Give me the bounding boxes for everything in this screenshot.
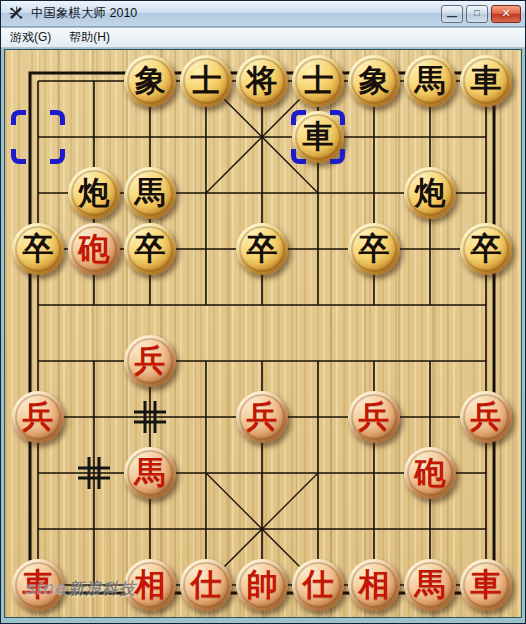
piece-red-horse[interactable]: 馬 — [124, 447, 176, 499]
maximize-button[interactable]: □ — [466, 5, 488, 23]
piece-glyph: 卒 — [359, 233, 390, 264]
piece-red-elephant[interactable]: 相 — [348, 559, 400, 611]
piece-black-soldier[interactable]: 卒 — [12, 223, 64, 275]
piece-glyph: 仕 — [303, 569, 334, 600]
piece-glyph: 士 — [191, 65, 222, 96]
piece-red-soldier[interactable]: 兵 — [12, 391, 64, 443]
piece-red-soldier[interactable]: 兵 — [124, 335, 176, 387]
piece-black-chariot[interactable]: 車 — [292, 111, 344, 163]
piece-glyph: 兵 — [23, 401, 54, 432]
piece-glyph: 砲 — [79, 233, 110, 264]
piece-red-chariot[interactable]: 車 — [12, 559, 64, 611]
piece-black-advisor[interactable]: 士 — [292, 55, 344, 107]
piece-glyph: 車 — [23, 569, 54, 600]
close-button[interactable]: ✕ — [491, 5, 521, 23]
piece-glyph: 車 — [471, 569, 502, 600]
piece-red-soldier[interactable]: 兵 — [460, 391, 512, 443]
piece-glyph: 将 — [247, 65, 278, 96]
piece-glyph: 兵 — [471, 401, 502, 432]
piece-black-elephant[interactable]: 象 — [348, 55, 400, 107]
piece-glyph: 卒 — [23, 233, 54, 264]
piece-glyph: 車 — [303, 121, 334, 152]
piece-red-soldier[interactable]: 兵 — [236, 391, 288, 443]
piece-glyph: 相 — [359, 569, 390, 600]
piece-black-elephant[interactable]: 象 — [124, 55, 176, 107]
piece-glyph: 卒 — [135, 233, 166, 264]
piece-red-horse[interactable]: 馬 — [404, 559, 456, 611]
piece-glyph: 兵 — [359, 401, 390, 432]
title-bar[interactable]: 中国象棋大师 2010 — □ ✕ — [1, 1, 525, 27]
piece-glyph: 兵 — [135, 345, 166, 376]
piece-glyph: 馬 — [415, 65, 446, 96]
piece-black-soldier[interactable]: 卒 — [124, 223, 176, 275]
piece-glyph: 馬 — [135, 457, 166, 488]
piece-red-advisor[interactable]: 仕 — [180, 559, 232, 611]
menu-item-game[interactable]: 游戏(G) — [1, 27, 60, 48]
piece-glyph: 炮 — [415, 177, 446, 208]
piece-red-elephant[interactable]: 相 — [124, 559, 176, 611]
piece-glyph: 士 — [303, 65, 334, 96]
piece-glyph: 仕 — [191, 569, 222, 600]
piece-red-cannon[interactable]: 砲 — [404, 447, 456, 499]
piece-red-chariot[interactable]: 車 — [460, 559, 512, 611]
piece-glyph: 相 — [135, 569, 166, 600]
piece-glyph: 卒 — [247, 233, 278, 264]
piece-glyph: 馬 — [135, 177, 166, 208]
piece-black-cannon[interactable]: 炮 — [68, 167, 120, 219]
piece-glyph: 象 — [359, 65, 390, 96]
piece-black-soldier[interactable]: 卒 — [236, 223, 288, 275]
app-icon — [8, 5, 25, 22]
piece-red-general[interactable]: 帥 — [236, 559, 288, 611]
menu-bar: 游戏(G) 帮助(H) — [1, 28, 525, 48]
piece-black-horse[interactable]: 馬 — [124, 167, 176, 219]
piece-black-horse[interactable]: 馬 — [404, 55, 456, 107]
piece-black-cannon[interactable]: 炮 — [404, 167, 456, 219]
piece-red-cannon[interactable]: 砲 — [68, 223, 120, 275]
piece-glyph: 車 — [471, 65, 502, 96]
menu-item-help[interactable]: 帮助(H) — [60, 27, 119, 48]
piece-black-chariot[interactable]: 車 — [460, 55, 512, 107]
piece-black-soldier[interactable]: 卒 — [348, 223, 400, 275]
app-window: 中国象棋大师 2010 — □ ✕ 游戏(G) 帮助(H) 象士将士象馬車車炮馬… — [0, 0, 526, 624]
window-title: 中国象棋大师 2010 — [31, 5, 438, 22]
piece-black-general[interactable]: 将 — [236, 55, 288, 107]
piece-glyph: 兵 — [247, 401, 278, 432]
piece-black-advisor[interactable]: 士 — [180, 55, 232, 107]
piece-glyph: 砲 — [415, 457, 446, 488]
piece-black-soldier[interactable]: 卒 — [460, 223, 512, 275]
xiangqi-board[interactable] — [4, 49, 522, 618]
piece-glyph: 帥 — [247, 569, 278, 600]
piece-red-soldier[interactable]: 兵 — [348, 391, 400, 443]
piece-glyph: 馬 — [415, 569, 446, 600]
piece-glyph: 炮 — [79, 177, 110, 208]
piece-red-advisor[interactable]: 仕 — [292, 559, 344, 611]
piece-glyph: 卒 — [471, 233, 502, 264]
piece-glyph: 象 — [135, 65, 166, 96]
minimize-button[interactable]: — — [441, 5, 463, 23]
